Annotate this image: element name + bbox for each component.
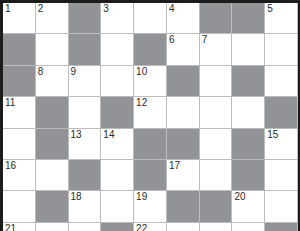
- clue-number: 17: [169, 161, 180, 171]
- cell-r5c0[interactable]: 16: [3, 160, 36, 191]
- cell-r1c8[interactable]: [265, 34, 298, 65]
- cell-r3c4[interactable]: 12: [134, 97, 167, 128]
- cell-r0c7: [232, 3, 265, 34]
- cell-r7c2[interactable]: [69, 223, 102, 231]
- cell-r5c7: [232, 160, 265, 191]
- cell-r2c8[interactable]: [265, 66, 298, 97]
- cell-r5c6[interactable]: [200, 160, 233, 191]
- clue-number: 8: [38, 67, 44, 77]
- cell-r1c7[interactable]: [232, 34, 265, 65]
- cell-r3c5[interactable]: [167, 97, 200, 128]
- cell-r2c2[interactable]: 9: [69, 66, 102, 97]
- cell-r4c7: [232, 129, 265, 160]
- cell-r3c0[interactable]: 11: [3, 97, 36, 128]
- cell-r4c8[interactable]: 15: [265, 129, 298, 160]
- clue-number: 19: [136, 192, 147, 202]
- clue-number: 16: [5, 161, 16, 171]
- cell-r5c4: [134, 160, 167, 191]
- cell-r2c7: [232, 66, 265, 97]
- cell-r4c1: [36, 129, 69, 160]
- cell-r1c1[interactable]: [36, 34, 69, 65]
- cell-r2c6[interactable]: [200, 66, 233, 97]
- crossword-grid: 12345678910111213141516171819202122: [3, 3, 298, 231]
- cell-r6c7[interactable]: 20: [232, 191, 265, 222]
- cell-r1c2: [69, 34, 102, 65]
- cell-r2c4[interactable]: 10: [134, 66, 167, 97]
- cell-r7c7[interactable]: [232, 223, 265, 231]
- clue-number: 10: [136, 67, 147, 77]
- cell-r4c3[interactable]: 14: [101, 129, 134, 160]
- cell-r1c5[interactable]: 6: [167, 34, 200, 65]
- clue-number: 14: [103, 130, 114, 140]
- cell-r4c4: [134, 129, 167, 160]
- clue-number: 11: [5, 98, 15, 108]
- cell-r3c1: [36, 97, 69, 128]
- cell-r6c0[interactable]: [3, 191, 36, 222]
- cell-r7c4[interactable]: 22: [134, 223, 167, 231]
- cell-r6c3[interactable]: [101, 191, 134, 222]
- cell-r0c0[interactable]: 1: [3, 3, 36, 34]
- cell-r7c8: [265, 223, 298, 231]
- clue-number: 6: [169, 35, 175, 45]
- cell-r7c0[interactable]: 21: [3, 223, 36, 231]
- clue-number: 21: [5, 224, 16, 231]
- cell-r4c5: [167, 129, 200, 160]
- cell-r0c6: [200, 3, 233, 34]
- cell-r1c3[interactable]: [101, 34, 134, 65]
- crossword-board: 12345678910111213141516171819202122: [0, 0, 300, 231]
- clue-number: 3: [103, 4, 109, 14]
- crossword-screenshot: 12345678910111213141516171819202122: [0, 0, 300, 231]
- cell-r6c6: [200, 191, 233, 222]
- cell-r5c5[interactable]: 17: [167, 160, 200, 191]
- cell-r2c0: [3, 66, 36, 97]
- cell-r5c2: [69, 160, 102, 191]
- cell-r7c5[interactable]: [167, 223, 200, 231]
- cell-r3c3: [101, 97, 134, 128]
- clue-number: 2: [38, 4, 44, 14]
- cell-r4c2[interactable]: 13: [69, 129, 102, 160]
- clue-number: 12: [136, 98, 147, 108]
- cell-r3c7[interactable]: [232, 97, 265, 128]
- cell-r1c0: [3, 34, 36, 65]
- cell-r5c8[interactable]: [265, 160, 298, 191]
- cell-r0c4[interactable]: [134, 3, 167, 34]
- cell-r1c6[interactable]: 7: [200, 34, 233, 65]
- clue-number: 15: [267, 130, 278, 140]
- cell-r1c4: [134, 34, 167, 65]
- clue-number: 5: [267, 4, 273, 14]
- clue-number: 22: [136, 224, 147, 231]
- cell-r2c1[interactable]: 8: [36, 66, 69, 97]
- clue-number: 9: [71, 67, 77, 77]
- cell-r0c8[interactable]: 5: [265, 3, 298, 34]
- cell-r6c2[interactable]: 18: [69, 191, 102, 222]
- cell-r6c8[interactable]: [265, 191, 298, 222]
- cell-r5c1[interactable]: [36, 160, 69, 191]
- clue-number: 7: [202, 35, 208, 45]
- cell-r4c0[interactable]: [3, 129, 36, 160]
- cell-r7c1[interactable]: [36, 223, 69, 231]
- cell-r6c1: [36, 191, 69, 222]
- cell-r6c5: [167, 191, 200, 222]
- cell-r0c2: [69, 3, 102, 34]
- cell-r3c8: [265, 97, 298, 128]
- cell-r7c6[interactable]: [200, 223, 233, 231]
- cell-r0c5[interactable]: 4: [167, 3, 200, 34]
- cell-r3c2[interactable]: [69, 97, 102, 128]
- clue-number: 4: [169, 4, 175, 14]
- cell-r2c3[interactable]: [101, 66, 134, 97]
- cell-r5c3[interactable]: [101, 160, 134, 191]
- cell-r2c5: [167, 66, 200, 97]
- cell-r7c3: [101, 223, 134, 231]
- cell-r6c4[interactable]: 19: [134, 191, 167, 222]
- cell-r4c6[interactable]: [200, 129, 233, 160]
- clue-number: 13: [71, 130, 82, 140]
- cell-r0c3[interactable]: 3: [101, 3, 134, 34]
- cell-r0c1[interactable]: 2: [36, 3, 69, 34]
- clue-number: 20: [234, 192, 245, 202]
- cell-r3c6[interactable]: [200, 97, 233, 128]
- clue-number: 1: [5, 4, 11, 14]
- clue-number: 18: [71, 192, 82, 202]
